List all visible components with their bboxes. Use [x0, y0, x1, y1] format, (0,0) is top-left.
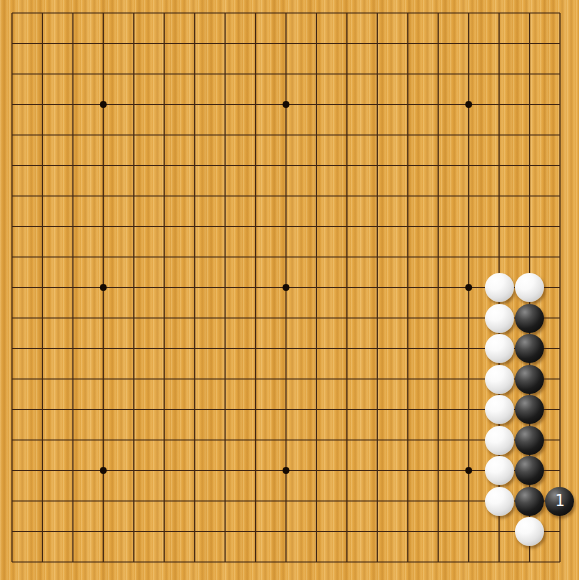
- stone-white: [485, 334, 514, 363]
- stone-white: [515, 517, 544, 546]
- stone-white: [485, 273, 514, 302]
- stone-black: [515, 426, 544, 455]
- stone-black: 1: [545, 487, 574, 516]
- stone-white: [485, 487, 514, 516]
- stone-white: [485, 365, 514, 394]
- stone-white: [515, 273, 544, 302]
- stones-layer: 1: [0, 0, 575, 577]
- stone-black: [515, 395, 544, 424]
- go-board[interactable]: 1: [0, 0, 579, 580]
- stone-white: [485, 426, 514, 455]
- stone-black: [515, 304, 544, 333]
- stone-black: [515, 365, 544, 394]
- stone-black: [515, 456, 544, 485]
- stone-black: [515, 487, 544, 516]
- stone-black: [515, 334, 544, 363]
- stone-white: [485, 395, 514, 424]
- stone-white: [485, 304, 514, 333]
- move-number-label: 1: [555, 494, 565, 509]
- stone-white: [485, 456, 514, 485]
